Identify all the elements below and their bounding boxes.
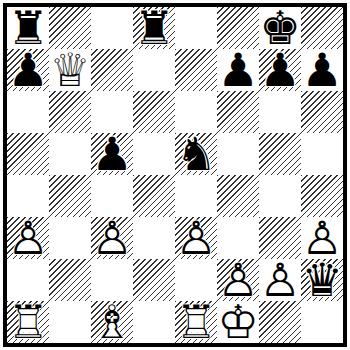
piece-white-pawn[interactable]: ♟♙ <box>175 217 217 259</box>
square-d5[interactable] <box>133 133 175 175</box>
piece-outline: ♖ <box>175 301 217 343</box>
piece-white-pawn[interactable]: ♟♙ <box>7 217 49 259</box>
square-g1[interactable] <box>259 301 301 343</box>
square-b4[interactable] <box>49 175 91 217</box>
square-f6[interactable] <box>217 91 259 133</box>
piece-white-rook[interactable]: ♜♖ <box>7 301 49 343</box>
square-c3[interactable]: ♟♙ <box>91 217 133 259</box>
square-f7[interactable]: ♟ <box>217 49 259 91</box>
square-f5[interactable] <box>217 133 259 175</box>
square-h5[interactable] <box>301 133 343 175</box>
square-e3[interactable]: ♟♙ <box>175 217 217 259</box>
piece-white-bishop[interactable]: ♝♗ <box>91 301 133 343</box>
chess-diagram: ♜♜♚♟♛♕♟♟♟♟♞♟♙♟♙♟♙♟♙♟♙♟♙♛♜♖♝♗♜♖♚♔ <box>0 3 350 350</box>
square-h1[interactable] <box>301 301 343 343</box>
piece-black-rook[interactable]: ♜ <box>133 7 175 49</box>
piece-white-queen[interactable]: ♛♕ <box>49 49 91 91</box>
piece-black-pawn[interactable]: ♟ <box>91 133 133 175</box>
square-b7[interactable]: ♛♕ <box>49 49 91 91</box>
piece-black-pawn[interactable]: ♟ <box>7 49 49 91</box>
piece-black-knight[interactable]: ♞ <box>175 133 217 175</box>
square-f4[interactable] <box>217 175 259 217</box>
square-d3[interactable] <box>133 217 175 259</box>
square-h2[interactable]: ♛ <box>301 259 343 301</box>
square-d4[interactable] <box>133 175 175 217</box>
square-b5[interactable] <box>49 133 91 175</box>
piece-outline: ♗ <box>91 301 133 343</box>
piece-black-pawn[interactable]: ♟ <box>259 49 301 91</box>
board-frame: ♜♜♚♟♛♕♟♟♟♟♞♟♙♟♙♟♙♟♙♟♙♟♙♛♜♖♝♗♜♖♚♔ <box>3 3 347 347</box>
piece-outline: ♖ <box>7 301 49 343</box>
chess-board: ♜♜♚♟♛♕♟♟♟♟♞♟♙♟♙♟♙♟♙♟♙♟♙♛♜♖♝♗♜♖♚♔ <box>7 7 343 343</box>
square-c1[interactable]: ♝♗ <box>91 301 133 343</box>
piece-outline: ♙ <box>7 217 49 259</box>
square-c7[interactable] <box>91 49 133 91</box>
square-a7[interactable]: ♟ <box>7 49 49 91</box>
square-a6[interactable] <box>7 91 49 133</box>
piece-black-queen[interactable]: ♛ <box>301 259 343 301</box>
square-b3[interactable] <box>49 217 91 259</box>
piece-outline: ♙ <box>175 217 217 259</box>
square-f1[interactable]: ♚♔ <box>217 301 259 343</box>
piece-white-rook[interactable]: ♜♖ <box>175 301 217 343</box>
square-g7[interactable]: ♟ <box>259 49 301 91</box>
square-g6[interactable] <box>259 91 301 133</box>
square-h6[interactable] <box>301 91 343 133</box>
square-g5[interactable] <box>259 133 301 175</box>
square-e8[interactable] <box>175 7 217 49</box>
piece-white-pawn[interactable]: ♟♙ <box>259 259 301 301</box>
square-d1[interactable] <box>133 301 175 343</box>
square-e7[interactable] <box>175 49 217 91</box>
square-e1[interactable]: ♜♖ <box>175 301 217 343</box>
square-c5[interactable]: ♟ <box>91 133 133 175</box>
square-a3[interactable]: ♟♙ <box>7 217 49 259</box>
square-h7[interactable]: ♟ <box>301 49 343 91</box>
square-c8[interactable] <box>91 7 133 49</box>
piece-white-pawn[interactable]: ♟♙ <box>91 217 133 259</box>
square-a1[interactable]: ♜♖ <box>7 301 49 343</box>
piece-outline: ♔ <box>217 301 259 343</box>
piece-outline: ♕ <box>49 49 91 91</box>
square-e5[interactable]: ♞ <box>175 133 217 175</box>
square-d2[interactable] <box>133 259 175 301</box>
square-b6[interactable] <box>49 91 91 133</box>
square-b2[interactable] <box>49 259 91 301</box>
piece-black-pawn[interactable]: ♟ <box>301 49 343 91</box>
square-d8[interactable]: ♜ <box>133 7 175 49</box>
piece-black-pawn[interactable]: ♟ <box>217 49 259 91</box>
piece-white-king[interactable]: ♚♔ <box>217 301 259 343</box>
piece-outline: ♙ <box>259 259 301 301</box>
square-d7[interactable] <box>133 49 175 91</box>
square-d6[interactable] <box>133 91 175 133</box>
square-a5[interactable] <box>7 133 49 175</box>
square-g2[interactable]: ♟♙ <box>259 259 301 301</box>
piece-outline: ♙ <box>91 217 133 259</box>
square-b1[interactable] <box>49 301 91 343</box>
square-g4[interactable] <box>259 175 301 217</box>
